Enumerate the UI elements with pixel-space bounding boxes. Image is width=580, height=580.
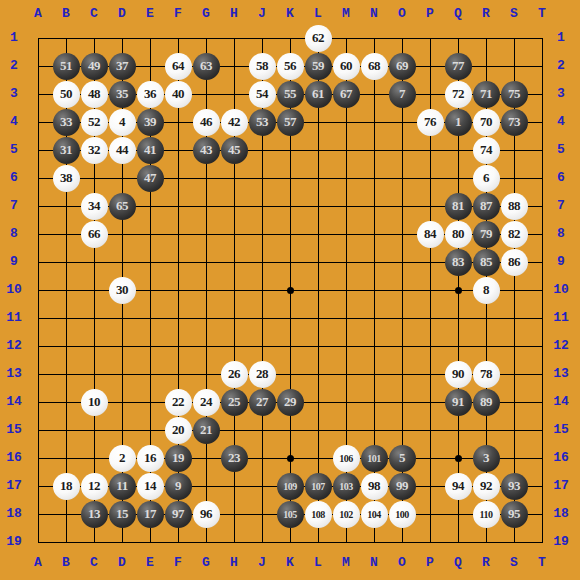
stone-Q3-move-72[interactable]: 72 bbox=[445, 81, 472, 108]
move-number: 30 bbox=[116, 282, 128, 298]
row-label-left-3: 3 bbox=[1, 80, 27, 108]
move-number: 67 bbox=[340, 86, 352, 102]
stone-G14-move-24[interactable]: 24 bbox=[193, 389, 220, 416]
stone-G4-move-46[interactable]: 46 bbox=[193, 109, 220, 136]
stone-F3-move-40[interactable]: 40 bbox=[165, 81, 192, 108]
col-label-bottom-F: F bbox=[164, 552, 192, 574]
stone-H14-move-25[interactable]: 25 bbox=[221, 389, 248, 416]
row-label-left-16: 16 bbox=[1, 444, 27, 472]
move-number: 55 bbox=[284, 86, 296, 102]
stone-B3-move-50[interactable]: 50 bbox=[53, 81, 80, 108]
col-label-top-M: M bbox=[332, 3, 360, 25]
move-number: 106 bbox=[339, 453, 353, 464]
move-number: 77 bbox=[452, 58, 464, 74]
move-number: 73 bbox=[508, 114, 520, 130]
move-number: 62 bbox=[312, 30, 324, 46]
stone-E18-move-17[interactable]: 17 bbox=[137, 501, 164, 528]
col-label-bottom-N: N bbox=[360, 552, 388, 574]
move-number: 24 bbox=[200, 394, 212, 410]
move-number: 101 bbox=[367, 453, 381, 464]
col-label-bottom-Q: Q bbox=[444, 552, 472, 574]
stone-C14-move-10[interactable]: 10 bbox=[81, 389, 108, 416]
move-number: 58 bbox=[256, 58, 268, 74]
move-number: 75 bbox=[508, 86, 520, 102]
stone-B17-move-18[interactable]: 18 bbox=[53, 473, 80, 500]
col-label-top-N: N bbox=[360, 3, 388, 25]
move-number: 23 bbox=[228, 450, 240, 466]
stone-M17-move-103[interactable]: 103 bbox=[333, 473, 360, 500]
stone-R7-move-87[interactable]: 87 bbox=[473, 193, 500, 220]
move-number: 78 bbox=[480, 366, 492, 382]
move-number: 10 bbox=[88, 394, 100, 410]
go-board-diagram: ABCDEFGHJKLMNOPQRST ABCDEFGHJKLMNOPQRST … bbox=[0, 0, 580, 580]
move-number: 14 bbox=[144, 478, 156, 494]
move-number: 60 bbox=[340, 58, 352, 74]
row-label-left-14: 14 bbox=[1, 388, 27, 416]
star-point-Q10 bbox=[455, 287, 462, 294]
move-number: 93 bbox=[508, 478, 520, 494]
move-number: 105 bbox=[283, 509, 297, 520]
row-label-right-10: 10 bbox=[548, 276, 574, 304]
stone-O3-move-7[interactable]: 7 bbox=[389, 81, 416, 108]
move-number: 33 bbox=[60, 114, 72, 130]
move-number: 35 bbox=[116, 86, 128, 102]
star-point-Q16 bbox=[455, 455, 462, 462]
move-number: 54 bbox=[256, 86, 268, 102]
col-label-bottom-J: J bbox=[248, 552, 276, 574]
move-number: 21 bbox=[200, 422, 212, 438]
stone-N18-move-104[interactable]: 104 bbox=[361, 501, 388, 528]
move-number: 57 bbox=[284, 114, 296, 130]
col-label-top-L: L bbox=[304, 3, 332, 25]
move-number: 56 bbox=[284, 58, 296, 74]
stone-C17-move-12[interactable]: 12 bbox=[81, 473, 108, 500]
stone-H16-move-23[interactable]: 23 bbox=[221, 445, 248, 472]
move-number: 4 bbox=[119, 114, 125, 130]
stone-E6-move-47[interactable]: 47 bbox=[137, 165, 164, 192]
move-number: 46 bbox=[200, 114, 212, 130]
stone-E4-move-39[interactable]: 39 bbox=[137, 109, 164, 136]
move-number: 91 bbox=[452, 394, 464, 410]
move-number: 63 bbox=[200, 58, 212, 74]
move-number: 68 bbox=[368, 58, 380, 74]
stone-Q14-move-91[interactable]: 91 bbox=[445, 389, 472, 416]
stone-R13-move-78[interactable]: 78 bbox=[473, 361, 500, 388]
stone-K14-move-29[interactable]: 29 bbox=[277, 389, 304, 416]
stone-B5-move-31[interactable]: 31 bbox=[53, 137, 80, 164]
move-number: 34 bbox=[88, 198, 100, 214]
move-number: 38 bbox=[60, 170, 72, 186]
row-label-right-3: 3 bbox=[548, 80, 574, 108]
stone-Q8-move-80[interactable]: 80 bbox=[445, 221, 472, 248]
col-label-bottom-K: K bbox=[276, 552, 304, 574]
move-number: 1 bbox=[455, 114, 461, 130]
row-label-right-8: 8 bbox=[548, 220, 574, 248]
stone-J4-move-53[interactable]: 53 bbox=[249, 109, 276, 136]
stone-F2-move-64[interactable]: 64 bbox=[165, 53, 192, 80]
col-label-bottom-M: M bbox=[332, 552, 360, 574]
stone-S9-move-86[interactable]: 86 bbox=[501, 249, 528, 276]
move-number: 64 bbox=[172, 58, 184, 74]
move-number: 89 bbox=[480, 394, 492, 410]
stone-G18-move-96[interactable]: 96 bbox=[193, 501, 220, 528]
move-number: 92 bbox=[480, 478, 492, 494]
stone-F15-move-20[interactable]: 20 bbox=[165, 417, 192, 444]
col-label-bottom-C: C bbox=[80, 552, 108, 574]
stone-R5-move-74[interactable]: 74 bbox=[473, 137, 500, 164]
move-number: 74 bbox=[480, 142, 492, 158]
move-number: 31 bbox=[60, 142, 72, 158]
col-label-top-A: A bbox=[24, 3, 52, 25]
stone-C3-move-48[interactable]: 48 bbox=[81, 81, 108, 108]
stone-S3-move-75[interactable]: 75 bbox=[501, 81, 528, 108]
stone-F16-move-19[interactable]: 19 bbox=[165, 445, 192, 472]
row-label-right-4: 4 bbox=[548, 108, 574, 136]
stone-C5-move-32[interactable]: 32 bbox=[81, 137, 108, 164]
row-label-left-9: 9 bbox=[1, 248, 27, 276]
move-number: 98 bbox=[368, 478, 380, 494]
row-label-left-12: 12 bbox=[1, 332, 27, 360]
row-label-left-18: 18 bbox=[1, 500, 27, 528]
move-number: 43 bbox=[200, 142, 212, 158]
col-label-top-R: R bbox=[472, 3, 500, 25]
row-label-right-1: 1 bbox=[548, 24, 574, 52]
col-label-bottom-L: L bbox=[304, 552, 332, 574]
move-number: 90 bbox=[452, 366, 464, 382]
col-label-top-K: K bbox=[276, 3, 304, 25]
stone-R8-move-79[interactable]: 79 bbox=[473, 221, 500, 248]
row-label-right-13: 13 bbox=[548, 360, 574, 388]
stone-K17-move-109[interactable]: 109 bbox=[277, 473, 304, 500]
move-number: 32 bbox=[88, 142, 100, 158]
row-label-right-9: 9 bbox=[548, 248, 574, 276]
row-label-left-8: 8 bbox=[1, 220, 27, 248]
col-label-bottom-A: A bbox=[24, 552, 52, 574]
move-number: 5 bbox=[399, 450, 405, 466]
row-label-left-7: 7 bbox=[1, 192, 27, 220]
move-number: 69 bbox=[396, 58, 408, 74]
move-number: 110 bbox=[480, 509, 493, 520]
row-label-left-13: 13 bbox=[1, 360, 27, 388]
row-label-right-2: 2 bbox=[548, 52, 574, 80]
move-number: 6 bbox=[483, 170, 489, 186]
stone-G5-move-43[interactable]: 43 bbox=[193, 137, 220, 164]
stone-R9-move-85[interactable]: 85 bbox=[473, 249, 500, 276]
stone-K18-move-105[interactable]: 105 bbox=[277, 501, 304, 528]
move-number: 2 bbox=[119, 450, 125, 466]
row-label-left-2: 2 bbox=[1, 52, 27, 80]
move-number: 45 bbox=[228, 142, 240, 158]
stone-D3-move-35[interactable]: 35 bbox=[109, 81, 136, 108]
stone-L3-move-61[interactable]: 61 bbox=[305, 81, 332, 108]
stone-Q17-move-94[interactable]: 94 bbox=[445, 473, 472, 500]
move-number: 18 bbox=[60, 478, 72, 494]
stone-D7-move-65[interactable]: 65 bbox=[109, 193, 136, 220]
stone-R18-move-110[interactable]: 110 bbox=[473, 501, 500, 528]
stone-M18-move-102[interactable]: 102 bbox=[333, 501, 360, 528]
row-label-right-15: 15 bbox=[548, 416, 574, 444]
stone-S17-move-93[interactable]: 93 bbox=[501, 473, 528, 500]
row-label-right-7: 7 bbox=[548, 192, 574, 220]
col-label-top-O: O bbox=[388, 3, 416, 25]
col-label-top-D: D bbox=[108, 3, 136, 25]
row-label-right-12: 12 bbox=[548, 332, 574, 360]
move-number: 28 bbox=[256, 366, 268, 382]
col-label-top-G: G bbox=[192, 3, 220, 25]
stone-J13-move-28[interactable]: 28 bbox=[249, 361, 276, 388]
stone-L1-move-62[interactable]: 62 bbox=[305, 25, 332, 52]
move-number: 40 bbox=[172, 86, 184, 102]
move-number: 29 bbox=[284, 394, 296, 410]
col-label-top-H: H bbox=[220, 3, 248, 25]
move-number: 107 bbox=[311, 481, 325, 492]
stone-C7-move-34[interactable]: 34 bbox=[81, 193, 108, 220]
move-number: 49 bbox=[88, 58, 100, 74]
stone-K4-move-57[interactable]: 57 bbox=[277, 109, 304, 136]
move-number: 83 bbox=[452, 254, 464, 270]
move-number: 12 bbox=[88, 478, 100, 494]
stone-O2-move-69[interactable]: 69 bbox=[389, 53, 416, 80]
stone-D10-move-30[interactable]: 30 bbox=[109, 277, 136, 304]
stone-K2-move-56[interactable]: 56 bbox=[277, 53, 304, 80]
move-number: 79 bbox=[480, 226, 492, 242]
stone-M2-move-60[interactable]: 60 bbox=[333, 53, 360, 80]
move-number: 52 bbox=[88, 114, 100, 130]
move-number: 70 bbox=[480, 114, 492, 130]
move-number: 96 bbox=[200, 506, 212, 522]
move-number: 3 bbox=[483, 450, 489, 466]
stone-R17-move-92[interactable]: 92 bbox=[473, 473, 500, 500]
move-number: 76 bbox=[424, 114, 436, 130]
stone-B4-move-33[interactable]: 33 bbox=[53, 109, 80, 136]
stone-R16-move-3[interactable]: 3 bbox=[473, 445, 500, 472]
move-number: 87 bbox=[480, 198, 492, 214]
col-label-bottom-O: O bbox=[388, 552, 416, 574]
stone-S4-move-73[interactable]: 73 bbox=[501, 109, 528, 136]
stone-F17-move-9[interactable]: 9 bbox=[165, 473, 192, 500]
move-number: 84 bbox=[424, 226, 436, 242]
row-label-right-16: 16 bbox=[548, 444, 574, 472]
move-number: 13 bbox=[88, 506, 100, 522]
col-label-bottom-D: D bbox=[108, 552, 136, 574]
stone-C2-move-49[interactable]: 49 bbox=[81, 53, 108, 80]
col-label-top-J: J bbox=[248, 3, 276, 25]
move-number: 65 bbox=[116, 198, 128, 214]
move-number: 17 bbox=[144, 506, 156, 522]
move-number: 81 bbox=[452, 198, 464, 214]
stone-N16-move-101[interactable]: 101 bbox=[361, 445, 388, 472]
stone-D18-move-15[interactable]: 15 bbox=[109, 501, 136, 528]
stone-H13-move-26[interactable]: 26 bbox=[221, 361, 248, 388]
star-point-K10 bbox=[287, 287, 294, 294]
row-label-left-10: 10 bbox=[1, 276, 27, 304]
move-number: 88 bbox=[508, 198, 520, 214]
move-number: 97 bbox=[172, 506, 184, 522]
stone-C4-move-52[interactable]: 52 bbox=[81, 109, 108, 136]
col-label-bottom-R: R bbox=[472, 552, 500, 574]
move-number: 72 bbox=[452, 86, 464, 102]
row-label-right-6: 6 bbox=[548, 164, 574, 192]
stone-D17-move-11[interactable]: 11 bbox=[109, 473, 136, 500]
stone-R4-move-70[interactable]: 70 bbox=[473, 109, 500, 136]
move-number: 50 bbox=[60, 86, 72, 102]
move-number: 20 bbox=[172, 422, 184, 438]
stone-E17-move-14[interactable]: 14 bbox=[137, 473, 164, 500]
move-number: 86 bbox=[508, 254, 520, 270]
stone-C18-move-13[interactable]: 13 bbox=[81, 501, 108, 528]
row-label-left-17: 17 bbox=[1, 472, 27, 500]
move-number: 108 bbox=[311, 509, 325, 520]
move-number: 42 bbox=[228, 114, 240, 130]
stone-R6-move-6[interactable]: 6 bbox=[473, 165, 500, 192]
move-number: 51 bbox=[60, 58, 72, 74]
stone-H5-move-45[interactable]: 45 bbox=[221, 137, 248, 164]
move-number: 16 bbox=[144, 450, 156, 466]
stone-L2-move-59[interactable]: 59 bbox=[305, 53, 332, 80]
stone-R10-move-8[interactable]: 8 bbox=[473, 277, 500, 304]
move-number: 41 bbox=[144, 142, 156, 158]
move-number: 104 bbox=[367, 509, 381, 520]
stone-D5-move-44[interactable]: 44 bbox=[109, 137, 136, 164]
stone-E16-move-16[interactable]: 16 bbox=[137, 445, 164, 472]
stone-N2-move-68[interactable]: 68 bbox=[361, 53, 388, 80]
col-label-top-Q: Q bbox=[444, 3, 472, 25]
move-number: 100 bbox=[395, 509, 409, 520]
col-label-bottom-E: E bbox=[136, 552, 164, 574]
move-number: 48 bbox=[88, 86, 100, 102]
stone-F14-move-22[interactable]: 22 bbox=[165, 389, 192, 416]
row-label-left-4: 4 bbox=[1, 108, 27, 136]
move-number: 44 bbox=[116, 142, 128, 158]
stone-R14-move-89[interactable]: 89 bbox=[473, 389, 500, 416]
stone-B6-move-38[interactable]: 38 bbox=[53, 165, 80, 192]
stone-P4-move-76[interactable]: 76 bbox=[417, 109, 444, 136]
stone-J2-move-58[interactable]: 58 bbox=[249, 53, 276, 80]
move-number: 22 bbox=[172, 394, 184, 410]
stone-S7-move-88[interactable]: 88 bbox=[501, 193, 528, 220]
stone-D4-move-4[interactable]: 4 bbox=[109, 109, 136, 136]
stone-N17-move-98[interactable]: 98 bbox=[361, 473, 388, 500]
move-number: 95 bbox=[508, 506, 520, 522]
stone-Q13-move-90[interactable]: 90 bbox=[445, 361, 472, 388]
stone-B2-move-51[interactable]: 51 bbox=[53, 53, 80, 80]
move-number: 7 bbox=[399, 86, 405, 102]
stone-J3-move-54[interactable]: 54 bbox=[249, 81, 276, 108]
move-number: 94 bbox=[452, 478, 464, 494]
move-number: 47 bbox=[144, 170, 156, 186]
stone-L18-move-108[interactable]: 108 bbox=[305, 501, 332, 528]
col-label-top-B: B bbox=[52, 3, 80, 25]
row-label-right-17: 17 bbox=[548, 472, 574, 500]
move-number: 59 bbox=[312, 58, 324, 74]
col-label-top-C: C bbox=[80, 3, 108, 25]
move-number: 109 bbox=[283, 481, 297, 492]
col-label-top-P: P bbox=[416, 3, 444, 25]
stone-R3-move-71[interactable]: 71 bbox=[473, 81, 500, 108]
stone-K3-move-55[interactable]: 55 bbox=[277, 81, 304, 108]
move-number: 39 bbox=[144, 114, 156, 130]
row-label-left-6: 6 bbox=[1, 164, 27, 192]
row-label-right-11: 11 bbox=[548, 304, 574, 332]
row-label-left-19: 19 bbox=[1, 528, 27, 556]
move-number: 36 bbox=[144, 86, 156, 102]
stone-E5-move-41[interactable]: 41 bbox=[137, 137, 164, 164]
stone-F18-move-97[interactable]: 97 bbox=[165, 501, 192, 528]
stone-O18-move-100[interactable]: 100 bbox=[389, 501, 416, 528]
col-label-top-E: E bbox=[136, 3, 164, 25]
stone-P8-move-84[interactable]: 84 bbox=[417, 221, 444, 248]
row-label-left-15: 15 bbox=[1, 416, 27, 444]
move-number: 27 bbox=[256, 394, 268, 410]
move-number: 103 bbox=[339, 481, 353, 492]
star-point-K16 bbox=[287, 455, 294, 462]
stone-L17-move-107[interactable]: 107 bbox=[305, 473, 332, 500]
stone-O16-move-5[interactable]: 5 bbox=[389, 445, 416, 472]
move-number: 9 bbox=[175, 478, 181, 494]
stone-D16-move-2[interactable]: 2 bbox=[109, 445, 136, 472]
row-label-right-18: 18 bbox=[548, 500, 574, 528]
stone-G15-move-21[interactable]: 21 bbox=[193, 417, 220, 444]
stone-Q2-move-77[interactable]: 77 bbox=[445, 53, 472, 80]
move-number: 80 bbox=[452, 226, 464, 242]
move-number: 102 bbox=[339, 509, 353, 520]
row-label-left-11: 11 bbox=[1, 304, 27, 332]
stone-G2-move-63[interactable]: 63 bbox=[193, 53, 220, 80]
row-label-right-14: 14 bbox=[548, 388, 574, 416]
col-label-bottom-H: H bbox=[220, 552, 248, 574]
row-label-right-5: 5 bbox=[548, 136, 574, 164]
col-label-bottom-G: G bbox=[192, 552, 220, 574]
move-number: 8 bbox=[483, 282, 489, 298]
move-number: 15 bbox=[116, 506, 128, 522]
col-label-top-S: S bbox=[500, 3, 528, 25]
col-label-bottom-B: B bbox=[52, 552, 80, 574]
move-number: 37 bbox=[116, 58, 128, 74]
stone-S8-move-82[interactable]: 82 bbox=[501, 221, 528, 248]
move-number: 85 bbox=[480, 254, 492, 270]
move-number: 11 bbox=[116, 478, 127, 494]
stone-H4-move-42[interactable]: 42 bbox=[221, 109, 248, 136]
row-label-right-19: 19 bbox=[548, 528, 574, 556]
stone-M16-move-106[interactable]: 106 bbox=[333, 445, 360, 472]
stone-C8-move-66[interactable]: 66 bbox=[81, 221, 108, 248]
col-label-top-T: T bbox=[528, 3, 556, 25]
col-label-top-F: F bbox=[164, 3, 192, 25]
move-number: 25 bbox=[228, 394, 240, 410]
col-label-bottom-P: P bbox=[416, 552, 444, 574]
move-number: 66 bbox=[88, 226, 100, 242]
stone-D2-move-37[interactable]: 37 bbox=[109, 53, 136, 80]
stone-E3-move-36[interactable]: 36 bbox=[137, 81, 164, 108]
col-label-bottom-S: S bbox=[500, 552, 528, 574]
move-number: 82 bbox=[508, 226, 520, 242]
stone-M3-move-67[interactable]: 67 bbox=[333, 81, 360, 108]
stone-O17-move-99[interactable]: 99 bbox=[389, 473, 416, 500]
row-label-left-5: 5 bbox=[1, 136, 27, 164]
stone-Q4-move-1[interactable]: 1 bbox=[445, 109, 472, 136]
stone-J14-move-27[interactable]: 27 bbox=[249, 389, 276, 416]
row-label-left-1: 1 bbox=[1, 24, 27, 52]
stone-S18-move-95[interactable]: 95 bbox=[501, 501, 528, 528]
stone-Q9-move-83[interactable]: 83 bbox=[445, 249, 472, 276]
move-number: 26 bbox=[228, 366, 240, 382]
move-number: 19 bbox=[172, 450, 184, 466]
move-number: 99 bbox=[396, 478, 408, 494]
stone-Q7-move-81[interactable]: 81 bbox=[445, 193, 472, 220]
move-number: 71 bbox=[480, 86, 492, 102]
move-number: 53 bbox=[256, 114, 268, 130]
move-number: 61 bbox=[312, 86, 324, 102]
